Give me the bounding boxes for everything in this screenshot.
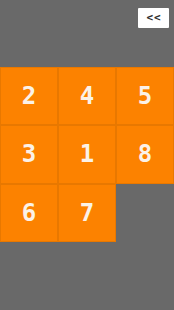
puzzle-tile-2[interactable]: 2 [0,67,58,125]
undo-button[interactable]: << [138,8,169,28]
puzzle-tile-4[interactable]: 4 [58,67,116,125]
empty-cell [116,184,174,242]
puzzle-tile-8[interactable]: 8 [116,125,174,183]
double-chevron-left-icon: << [146,12,161,23]
puzzle-screen: << 24531867 [0,0,174,310]
puzzle-board: 24531867 [0,67,174,242]
puzzle-tile-7[interactable]: 7 [58,184,116,242]
puzzle-tile-1[interactable]: 1 [58,125,116,183]
puzzle-tile-5[interactable]: 5 [116,67,174,125]
puzzle-tile-6[interactable]: 6 [0,184,58,242]
puzzle-tile-3[interactable]: 3 [0,125,58,183]
